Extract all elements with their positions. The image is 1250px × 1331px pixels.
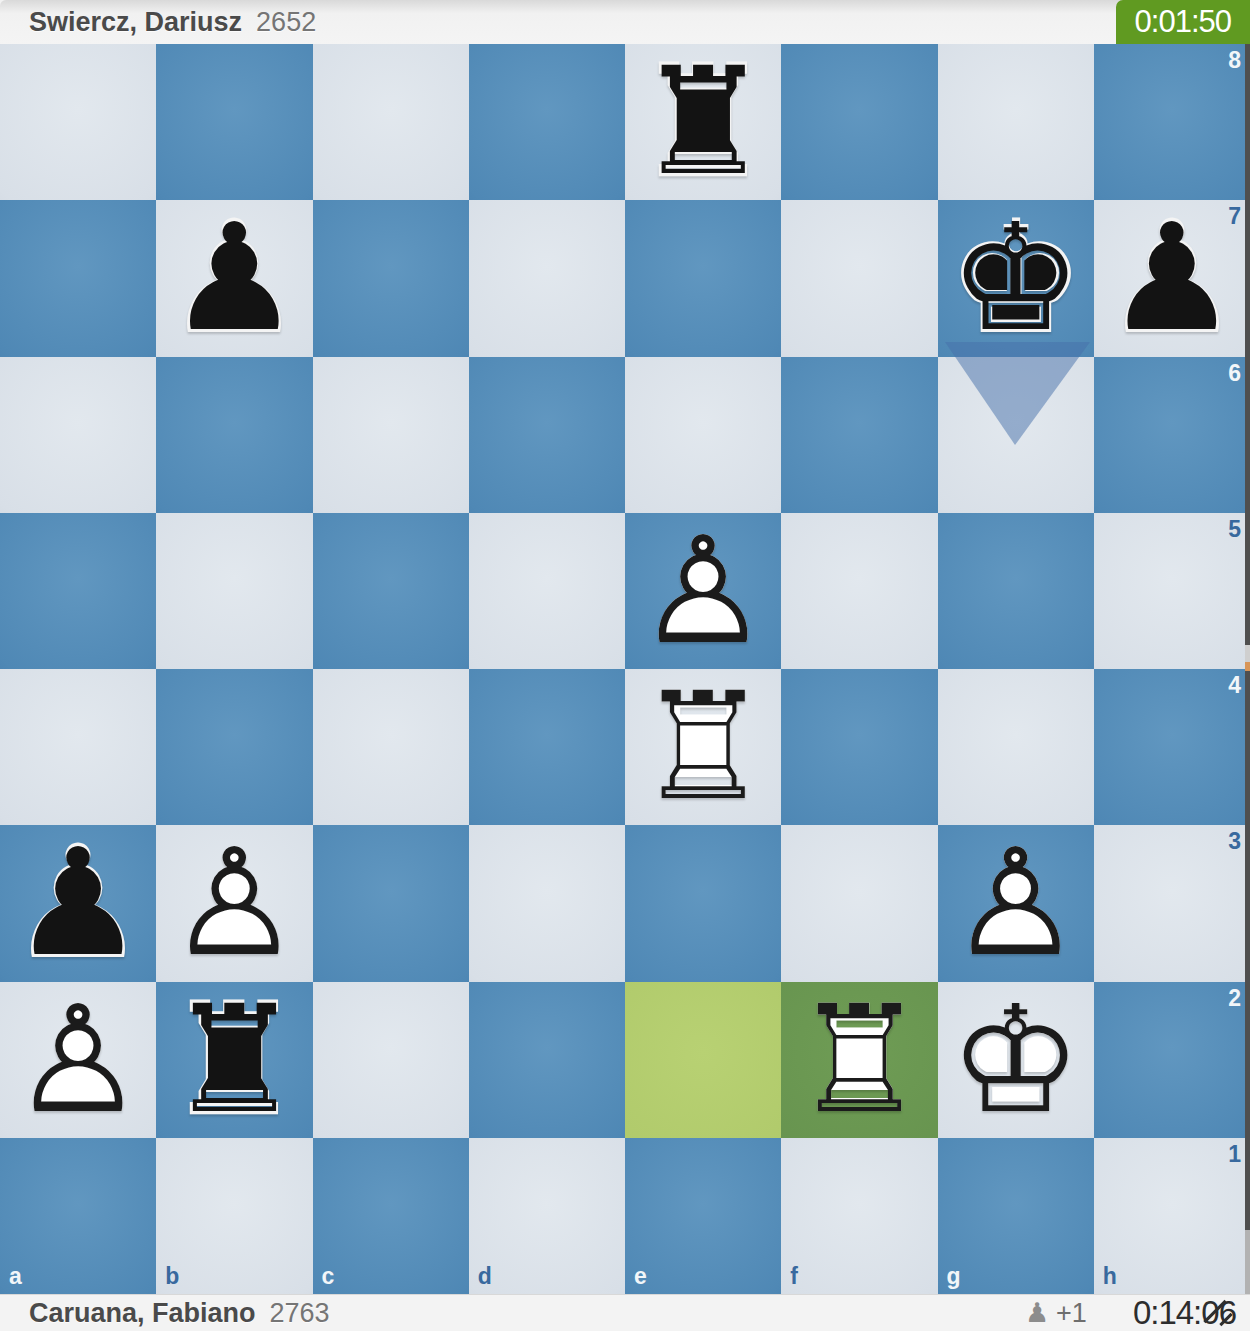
square-g4[interactable] xyxy=(938,669,1094,825)
square-h6[interactable]: 6 xyxy=(1094,357,1250,513)
rank-label-6: 6 xyxy=(1228,362,1241,385)
file-label-d: d xyxy=(478,1265,492,1288)
square-b4[interactable] xyxy=(156,669,312,825)
black-rook-b2[interactable]: ♜♜ xyxy=(156,982,312,1138)
square-h1[interactable]: h1 xyxy=(1094,1138,1250,1294)
square-g2[interactable]: ♚♔ xyxy=(938,982,1094,1138)
square-e3[interactable] xyxy=(625,825,781,981)
square-c3[interactable] xyxy=(313,825,469,981)
square-a5[interactable] xyxy=(0,513,156,669)
square-c2[interactable] xyxy=(313,982,469,1138)
rank-label-3: 3 xyxy=(1228,830,1241,853)
white-pawn-a2[interactable]: ♟♙ xyxy=(0,982,156,1138)
square-f2[interactable]: ♜♖ xyxy=(781,982,937,1138)
square-g6[interactable] xyxy=(938,357,1094,513)
pawn-icon: ♟ xyxy=(1025,1300,1049,1327)
square-h4[interactable]: 4 xyxy=(1094,669,1250,825)
square-b5[interactable] xyxy=(156,513,312,669)
square-f8[interactable] xyxy=(781,44,937,200)
strip-segment-light xyxy=(1245,645,1250,662)
square-b7[interactable]: ♟♟ xyxy=(156,200,312,356)
square-h3[interactable]: 3 xyxy=(1094,825,1250,981)
square-a1[interactable]: a xyxy=(0,1138,156,1294)
square-f6[interactable] xyxy=(781,357,937,513)
square-e1[interactable]: e xyxy=(625,1138,781,1294)
square-g3[interactable]: ♟♙ xyxy=(938,825,1094,981)
square-b1[interactable]: b xyxy=(156,1138,312,1294)
white-pawn-e5[interactable]: ♟♙ xyxy=(625,513,781,669)
square-a4[interactable] xyxy=(0,669,156,825)
square-e4[interactable]: ♜♖ xyxy=(625,669,781,825)
file-label-a: a xyxy=(9,1265,22,1288)
square-a3[interactable]: ♟♟ xyxy=(0,825,156,981)
square-e7[interactable] xyxy=(625,200,781,356)
square-g7[interactable]: ♚♚ xyxy=(938,200,1094,356)
square-f4[interactable] xyxy=(781,669,937,825)
square-f1[interactable]: f xyxy=(781,1138,937,1294)
square-h8[interactable]: 8 xyxy=(1094,44,1250,200)
rank-label-8: 8 xyxy=(1228,49,1241,72)
black-king-g7[interactable]: ♚♚ xyxy=(938,200,1094,356)
square-a6[interactable] xyxy=(0,357,156,513)
square-a8[interactable] xyxy=(0,44,156,200)
square-d4[interactable] xyxy=(469,669,625,825)
square-h7[interactable]: 7♟♟ xyxy=(1094,200,1250,356)
file-label-c: c xyxy=(322,1265,335,1288)
square-d1[interactable]: d xyxy=(469,1138,625,1294)
white-king-g2[interactable]: ♚♔ xyxy=(938,982,1094,1138)
black-pawn-a3[interactable]: ♟♟ xyxy=(0,825,156,981)
square-f7[interactable] xyxy=(781,200,937,356)
square-g8[interactable] xyxy=(938,44,1094,200)
square-g1[interactable]: g xyxy=(938,1138,1094,1294)
square-e6[interactable] xyxy=(625,357,781,513)
black-pawn-h7[interactable]: ♟♟ xyxy=(1094,200,1250,356)
white-pawn-g3[interactable]: ♟♙ xyxy=(938,825,1094,981)
square-c7[interactable] xyxy=(313,200,469,356)
top-player-bar: Swiercz, Dariusz 2652 0:01:50 xyxy=(0,0,1250,44)
rank-label-1: 1 xyxy=(1228,1143,1241,1166)
square-e2[interactable] xyxy=(625,982,781,1138)
square-d8[interactable] xyxy=(469,44,625,200)
rank-label-5: 5 xyxy=(1228,518,1241,541)
black-pawn-b7[interactable]: ♟♟ xyxy=(156,200,312,356)
square-a2[interactable]: ♟♙ xyxy=(0,982,156,1138)
rank-label-2: 2 xyxy=(1228,987,1241,1010)
square-f5[interactable] xyxy=(781,513,937,669)
square-c4[interactable] xyxy=(313,669,469,825)
file-label-b: b xyxy=(165,1265,179,1288)
square-h2[interactable]: 2 xyxy=(1094,982,1250,1138)
square-e8[interactable]: ♜♜ xyxy=(625,44,781,200)
file-label-e: e xyxy=(634,1265,647,1288)
square-b8[interactable] xyxy=(156,44,312,200)
square-c6[interactable] xyxy=(313,357,469,513)
material-advantage-value: +1 xyxy=(1056,1298,1087,1329)
top-clock: 0:01:50 xyxy=(1116,0,1250,44)
square-d3[interactable] xyxy=(469,825,625,981)
file-label-g: g xyxy=(947,1265,961,1288)
bottom-player-name: Caruana, Fabiano xyxy=(29,1298,256,1329)
square-c8[interactable] xyxy=(313,44,469,200)
square-b2[interactable]: ♜♜ xyxy=(156,982,312,1138)
square-c1[interactable]: c xyxy=(313,1138,469,1294)
square-d7[interactable] xyxy=(469,200,625,356)
file-label-f: f xyxy=(790,1265,798,1288)
strip-segment-bottom xyxy=(1245,1230,1250,1294)
square-a7[interactable] xyxy=(0,200,156,356)
square-b6[interactable] xyxy=(156,357,312,513)
white-pawn-b3[interactable]: ♟♙ xyxy=(156,825,312,981)
square-d2[interactable] xyxy=(469,982,625,1138)
square-h5[interactable]: 5 xyxy=(1094,513,1250,669)
square-d6[interactable] xyxy=(469,357,625,513)
top-player-rating: 2652 xyxy=(256,7,316,38)
bottom-player-rating: 2763 xyxy=(270,1298,330,1329)
material-advantage: ♟ +1 xyxy=(1025,1298,1087,1329)
black-rook-e8[interactable]: ♜♜ xyxy=(625,44,781,200)
square-f3[interactable] xyxy=(781,825,937,981)
white-rook-f2[interactable]: ♜♖ xyxy=(781,982,937,1138)
bottom-player-bar: Caruana, Fabiano 2763 ♟ +1 0:14:06 xyxy=(0,1294,1250,1331)
square-g5[interactable] xyxy=(938,513,1094,669)
rank-label-4: 4 xyxy=(1228,674,1241,697)
file-label-h: h xyxy=(1103,1265,1117,1288)
square-e5[interactable]: ♟♙ xyxy=(625,513,781,669)
right-edge-strip xyxy=(1245,44,1250,1294)
white-rook-e4[interactable]: ♜♖ xyxy=(625,669,781,825)
square-d5[interactable] xyxy=(469,513,625,669)
board-resize-handle[interactable] xyxy=(1196,1296,1242,1331)
strip-segment-orange xyxy=(1245,662,1250,671)
square-c5[interactable] xyxy=(313,513,469,669)
square-b3[interactable]: ♟♙ xyxy=(156,825,312,981)
chess-board[interactable]: ♜♜8♟♟♚♚7♟♟6♟♙5♜♖4♟♟♟♙♟♙3♟♙♜♜♜♖♚♔2abcdefg… xyxy=(0,44,1250,1294)
top-player-name: Swiercz, Dariusz xyxy=(29,7,242,38)
